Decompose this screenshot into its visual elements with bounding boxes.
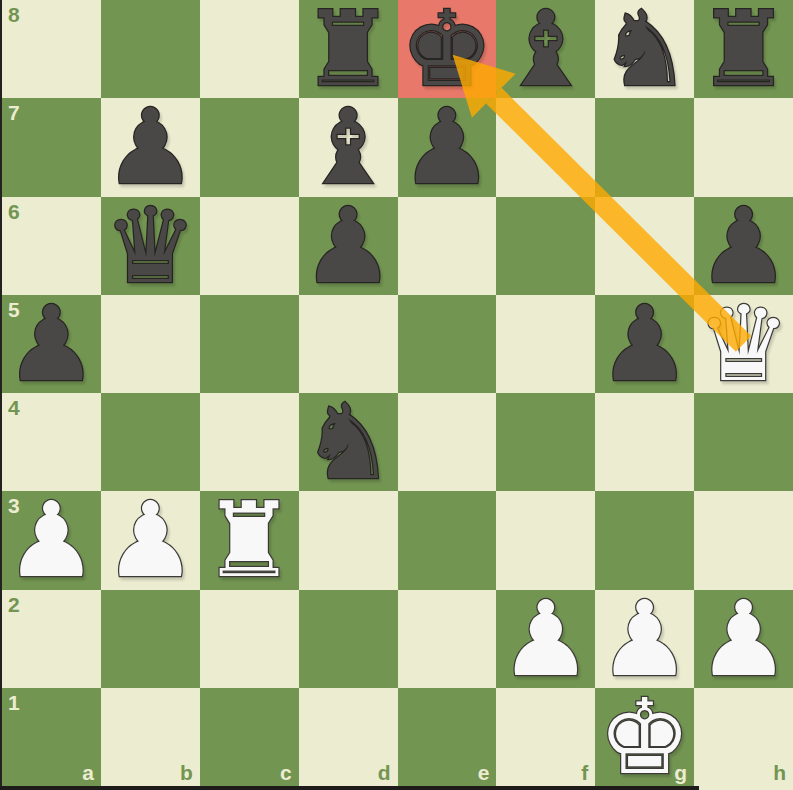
square-g6[interactable]: [595, 197, 694, 295]
square-b1[interactable]: b: [101, 688, 200, 786]
square-d2[interactable]: [299, 590, 398, 688]
black-pawn[interactable]: ♟: [299, 197, 398, 295]
square-h7[interactable]: [694, 98, 793, 196]
square-c3[interactable]: ♜: [200, 491, 299, 589]
square-g7[interactable]: [595, 98, 694, 196]
chessboard-screenshot: 8♜♚♝♞♜7♟♝♟6♛♟♟5♟♟♛4♞3♟♟♜2♟♟♟1abcdefg♚h: [0, 0, 793, 790]
square-g8[interactable]: ♞: [595, 0, 694, 98]
square-b7[interactable]: ♟: [101, 98, 200, 196]
file-label-c: c: [280, 762, 292, 783]
square-a3[interactable]: 3♟: [2, 491, 101, 589]
black-king[interactable]: ♚: [398, 0, 497, 98]
white-pawn[interactable]: ♟: [101, 491, 200, 589]
square-h3[interactable]: [694, 491, 793, 589]
square-d3[interactable]: [299, 491, 398, 589]
square-b2[interactable]: [101, 590, 200, 688]
square-b3[interactable]: ♟: [101, 491, 200, 589]
file-label-b: b: [180, 762, 193, 783]
square-e6[interactable]: [398, 197, 497, 295]
square-c5[interactable]: [200, 295, 299, 393]
window-bottom-edge: [0, 786, 699, 790]
square-f4[interactable]: [496, 393, 595, 491]
square-h4[interactable]: [694, 393, 793, 491]
square-a2[interactable]: 2: [2, 590, 101, 688]
black-queen[interactable]: ♛: [101, 197, 200, 295]
square-f1[interactable]: f: [496, 688, 595, 786]
square-e4[interactable]: [398, 393, 497, 491]
black-rook[interactable]: ♜: [299, 0, 398, 98]
square-f7[interactable]: [496, 98, 595, 196]
square-a8[interactable]: 8: [2, 0, 101, 98]
rank-label-6: 6: [8, 201, 20, 222]
square-b6[interactable]: ♛: [101, 197, 200, 295]
square-h5[interactable]: ♛: [694, 295, 793, 393]
file-label-f: f: [581, 762, 588, 783]
rank-label-7: 7: [8, 102, 20, 123]
black-pawn[interactable]: ♟: [595, 295, 694, 393]
square-c4[interactable]: [200, 393, 299, 491]
square-a4[interactable]: 4: [2, 393, 101, 491]
square-h1[interactable]: h: [694, 688, 793, 786]
white-pawn[interactable]: ♟: [694, 590, 793, 688]
square-a5[interactable]: 5♟: [2, 295, 101, 393]
black-pawn[interactable]: ♟: [694, 197, 793, 295]
black-pawn[interactable]: ♟: [101, 98, 200, 196]
square-e3[interactable]: [398, 491, 497, 589]
rank-label-1: 1: [8, 692, 20, 713]
chess-board: 8♜♚♝♞♜7♟♝♟6♛♟♟5♟♟♛4♞3♟♟♜2♟♟♟1abcdefg♚h: [2, 0, 793, 786]
square-d4[interactable]: ♞: [299, 393, 398, 491]
white-king[interactable]: ♚: [595, 688, 694, 786]
white-rook[interactable]: ♜: [200, 491, 299, 589]
square-d6[interactable]: ♟: [299, 197, 398, 295]
file-label-d: d: [378, 762, 391, 783]
file-label-h: h: [773, 762, 786, 783]
square-b4[interactable]: [101, 393, 200, 491]
square-d8[interactable]: ♜: [299, 0, 398, 98]
rank-label-8: 8: [8, 4, 20, 25]
square-f2[interactable]: ♟: [496, 590, 595, 688]
square-c7[interactable]: [200, 98, 299, 196]
square-f6[interactable]: [496, 197, 595, 295]
black-rook[interactable]: ♜: [694, 0, 793, 98]
white-pawn[interactable]: ♟: [595, 590, 694, 688]
square-a6[interactable]: 6: [2, 197, 101, 295]
black-bishop[interactable]: ♝: [496, 0, 595, 98]
square-c8[interactable]: [200, 0, 299, 98]
file-label-e: e: [478, 762, 490, 783]
square-h2[interactable]: ♟: [694, 590, 793, 688]
black-bishop[interactable]: ♝: [299, 98, 398, 196]
square-e7[interactable]: ♟: [398, 98, 497, 196]
board-left-edge: [0, 0, 2, 790]
square-e1[interactable]: e: [398, 688, 497, 786]
square-g4[interactable]: [595, 393, 694, 491]
square-e8[interactable]: ♚: [398, 0, 497, 98]
square-f3[interactable]: [496, 491, 595, 589]
square-f5[interactable]: [496, 295, 595, 393]
square-b8[interactable]: [101, 0, 200, 98]
square-g3[interactable]: [595, 491, 694, 589]
square-a1[interactable]: 1a: [2, 688, 101, 786]
black-knight[interactable]: ♞: [299, 393, 398, 491]
black-pawn[interactable]: ♟: [2, 295, 101, 393]
square-g2[interactable]: ♟: [595, 590, 694, 688]
square-c6[interactable]: [200, 197, 299, 295]
white-pawn[interactable]: ♟: [496, 590, 595, 688]
black-knight[interactable]: ♞: [595, 0, 694, 98]
square-g1[interactable]: g♚: [595, 688, 694, 786]
square-h6[interactable]: ♟: [694, 197, 793, 295]
board-bottom-right-sliver: [699, 786, 793, 790]
black-pawn[interactable]: ♟: [398, 98, 497, 196]
square-d1[interactable]: d: [299, 688, 398, 786]
white-queen[interactable]: ♛: [694, 295, 793, 393]
square-f8[interactable]: ♝: [496, 0, 595, 98]
square-c2[interactable]: [200, 590, 299, 688]
white-pawn[interactable]: ♟: [2, 491, 101, 589]
square-d7[interactable]: ♝: [299, 98, 398, 196]
square-g5[interactable]: ♟: [595, 295, 694, 393]
square-c1[interactable]: c: [200, 688, 299, 786]
square-a7[interactable]: 7: [2, 98, 101, 196]
square-h8[interactable]: ♜: [694, 0, 793, 98]
square-b5[interactable]: [101, 295, 200, 393]
file-label-a: a: [82, 762, 94, 783]
square-d5[interactable]: [299, 295, 398, 393]
square-e5[interactable]: [398, 295, 497, 393]
square-e2[interactable]: [398, 590, 497, 688]
